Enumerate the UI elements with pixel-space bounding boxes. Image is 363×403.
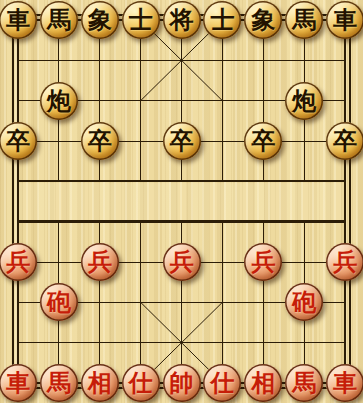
piece-glyph: 兵 xyxy=(6,250,30,274)
board-point-g3[interactable] xyxy=(243,81,284,121)
xiangqi-board: 車馬象士将士象馬車炮炮卒卒卒卒卒兵兵兵兵兵砲砲車馬相仕帥仕相馬車 xyxy=(0,0,363,403)
piece-glyph: 卒 xyxy=(251,129,275,153)
board-point-e5[interactable] xyxy=(161,161,202,201)
piece-red-elephant-c10[interactable]: 相 xyxy=(81,364,119,402)
board-point-d7[interactable] xyxy=(120,242,161,282)
piece-black-advisor-d1[interactable]: 士 xyxy=(122,1,160,39)
board-point-i10[interactable]: 車 xyxy=(325,363,363,403)
board-point-e9[interactable] xyxy=(161,322,202,362)
piece-glyph: 炮 xyxy=(292,89,316,113)
board-point-i9[interactable] xyxy=(325,322,363,362)
board-point-g4[interactable]: 卒 xyxy=(243,121,284,161)
piece-black-horse-h1[interactable]: 馬 xyxy=(285,1,323,39)
board-point-i8[interactable] xyxy=(325,282,363,322)
board-point-d5[interactable] xyxy=(120,161,161,201)
board-point-h4[interactable] xyxy=(284,121,325,161)
board-point-d9[interactable] xyxy=(120,322,161,362)
board-point-e10[interactable]: 帥 xyxy=(161,363,202,403)
piece-glyph: 卒 xyxy=(170,129,194,153)
piece-red-horse-b10[interactable]: 馬 xyxy=(40,364,78,402)
board-point-g7[interactable]: 兵 xyxy=(243,242,284,282)
piece-red-soldier-e7[interactable]: 兵 xyxy=(163,243,201,281)
board-point-i6[interactable] xyxy=(325,201,363,241)
piece-black-chariot-i1[interactable]: 車 xyxy=(326,1,363,39)
board-point-f1[interactable]: 士 xyxy=(202,0,243,40)
piece-glyph: 馬 xyxy=(47,371,71,395)
board-point-a9[interactable] xyxy=(0,322,38,362)
piece-red-general-e10[interactable]: 帥 xyxy=(163,364,201,402)
piece-black-chariot-a1[interactable]: 車 xyxy=(0,1,37,39)
board-point-f3[interactable] xyxy=(202,81,243,121)
board-point-c3[interactable] xyxy=(79,81,120,121)
board-point-g2[interactable] xyxy=(243,40,284,80)
board-point-f10[interactable]: 仕 xyxy=(202,363,243,403)
board-point-a8[interactable] xyxy=(0,282,38,322)
board-point-b8[interactable]: 砲 xyxy=(38,282,79,322)
board-point-g6[interactable] xyxy=(243,201,284,241)
piece-red-advisor-d10[interactable]: 仕 xyxy=(122,364,160,402)
board-point-d10[interactable]: 仕 xyxy=(120,363,161,403)
board-point-b3[interactable]: 炮 xyxy=(38,81,79,121)
piece-glyph: 相 xyxy=(88,371,112,395)
piece-glyph: 象 xyxy=(88,8,112,32)
piece-red-chariot-a10[interactable]: 車 xyxy=(0,364,37,402)
board-point-a3[interactable] xyxy=(0,81,38,121)
piece-red-horse-h10[interactable]: 馬 xyxy=(285,364,323,402)
board-point-b4[interactable] xyxy=(38,121,79,161)
piece-glyph: 車 xyxy=(6,371,30,395)
board-point-h1[interactable]: 馬 xyxy=(284,0,325,40)
piece-black-general-e1[interactable]: 将 xyxy=(163,1,201,39)
board-point-h8[interactable]: 砲 xyxy=(284,282,325,322)
piece-glyph: 将 xyxy=(170,8,194,32)
board-point-d6[interactable] xyxy=(120,201,161,241)
board-point-d3[interactable] xyxy=(120,81,161,121)
piece-glyph: 兵 xyxy=(333,250,357,274)
piece-glyph: 馬 xyxy=(292,371,316,395)
piece-glyph: 相 xyxy=(251,371,275,395)
board-point-e8[interactable] xyxy=(161,282,202,322)
board-point-a2[interactable] xyxy=(0,40,38,80)
board-point-a7[interactable]: 兵 xyxy=(0,242,38,282)
board-point-f5[interactable] xyxy=(202,161,243,201)
board-point-c6[interactable] xyxy=(79,201,120,241)
piece-red-soldier-g7[interactable]: 兵 xyxy=(244,243,282,281)
board-point-h10[interactable]: 馬 xyxy=(284,363,325,403)
board-point-c8[interactable] xyxy=(79,282,120,322)
board-point-a5[interactable] xyxy=(0,161,38,201)
board-point-f6[interactable] xyxy=(202,201,243,241)
board-point-d8[interactable] xyxy=(120,282,161,322)
piece-black-elephant-g1[interactable]: 象 xyxy=(244,1,282,39)
board-point-b9[interactable] xyxy=(38,322,79,362)
board-point-b7[interactable] xyxy=(38,242,79,282)
piece-glyph: 帥 xyxy=(170,371,194,395)
piece-black-elephant-c1[interactable]: 象 xyxy=(81,1,119,39)
board-point-c7[interactable]: 兵 xyxy=(79,242,120,282)
piece-red-soldier-i7[interactable]: 兵 xyxy=(326,243,363,281)
board-point-a1[interactable]: 車 xyxy=(0,0,38,40)
board-point-g9[interactable] xyxy=(243,322,284,362)
piece-black-cannon-b3[interactable]: 炮 xyxy=(40,82,78,120)
piece-glyph: 馬 xyxy=(292,8,316,32)
piece-red-cannon-b8[interactable]: 砲 xyxy=(40,283,78,321)
board-point-h7[interactable] xyxy=(284,242,325,282)
board-point-b10[interactable]: 馬 xyxy=(38,363,79,403)
piece-black-cannon-h3[interactable]: 炮 xyxy=(285,82,323,120)
board-points-grid: 車馬象士将士象馬車炮炮卒卒卒卒卒兵兵兵兵兵砲砲車馬相仕帥仕相馬車 xyxy=(0,0,363,403)
board-point-i2[interactable] xyxy=(325,40,363,80)
board-point-e7[interactable]: 兵 xyxy=(161,242,202,282)
board-point-i1[interactable]: 車 xyxy=(325,0,363,40)
piece-glyph: 卒 xyxy=(333,129,357,153)
piece-glyph: 砲 xyxy=(47,290,71,314)
board-point-e3[interactable] xyxy=(161,81,202,121)
board-point-f8[interactable] xyxy=(202,282,243,322)
piece-red-soldier-c7[interactable]: 兵 xyxy=(81,243,119,281)
piece-black-soldier-g4[interactable]: 卒 xyxy=(244,122,282,160)
board-point-f4[interactable] xyxy=(202,121,243,161)
piece-black-soldier-e4[interactable]: 卒 xyxy=(163,122,201,160)
piece-glyph: 士 xyxy=(129,8,153,32)
piece-glyph: 兵 xyxy=(170,250,194,274)
board-point-h3[interactable]: 炮 xyxy=(284,81,325,121)
board-point-h5[interactable] xyxy=(284,161,325,201)
piece-glyph: 炮 xyxy=(47,89,71,113)
piece-glyph: 兵 xyxy=(251,250,275,274)
piece-red-cannon-h8[interactable]: 砲 xyxy=(285,283,323,321)
piece-glyph: 象 xyxy=(251,8,275,32)
board-point-g1[interactable]: 象 xyxy=(243,0,284,40)
board-point-c10[interactable]: 相 xyxy=(79,363,120,403)
board-point-f2[interactable] xyxy=(202,40,243,80)
piece-red-soldier-a7[interactable]: 兵 xyxy=(0,243,37,281)
board-point-d1[interactable]: 士 xyxy=(120,0,161,40)
board-point-i3[interactable] xyxy=(325,81,363,121)
board-point-h2[interactable] xyxy=(284,40,325,80)
piece-glyph: 車 xyxy=(6,8,30,32)
board-point-f7[interactable] xyxy=(202,242,243,282)
piece-black-soldier-a4[interactable]: 卒 xyxy=(0,122,37,160)
board-point-c9[interactable] xyxy=(79,322,120,362)
board-point-a4[interactable]: 卒 xyxy=(0,121,38,161)
board-point-b1[interactable]: 馬 xyxy=(38,0,79,40)
piece-black-horse-b1[interactable]: 馬 xyxy=(40,1,78,39)
board-point-b2[interactable] xyxy=(38,40,79,80)
board-point-h9[interactable] xyxy=(284,322,325,362)
piece-black-soldier-c4[interactable]: 卒 xyxy=(81,122,119,160)
board-point-d2[interactable] xyxy=(120,40,161,80)
board-point-c1[interactable]: 象 xyxy=(79,0,120,40)
board-point-g8[interactable] xyxy=(243,282,284,322)
piece-glyph: 車 xyxy=(333,8,357,32)
board-point-a10[interactable]: 車 xyxy=(0,363,38,403)
board-point-h6[interactable] xyxy=(284,201,325,241)
board-point-e4[interactable]: 卒 xyxy=(161,121,202,161)
piece-glyph: 卒 xyxy=(6,129,30,153)
board-point-b5[interactable] xyxy=(38,161,79,201)
piece-glyph: 砲 xyxy=(292,290,316,314)
board-point-e1[interactable]: 将 xyxy=(161,0,202,40)
piece-black-advisor-f1[interactable]: 士 xyxy=(203,1,241,39)
piece-glyph: 車 xyxy=(333,371,357,395)
piece-glyph: 仕 xyxy=(129,371,153,395)
board-point-i4[interactable]: 卒 xyxy=(325,121,363,161)
board-point-i5[interactable] xyxy=(325,161,363,201)
board-point-f9[interactable] xyxy=(202,322,243,362)
piece-red-advisor-f10[interactable]: 仕 xyxy=(203,364,241,402)
board-point-g10[interactable]: 相 xyxy=(243,363,284,403)
piece-glyph: 馬 xyxy=(47,8,71,32)
board-point-e6[interactable] xyxy=(161,201,202,241)
piece-red-elephant-g10[interactable]: 相 xyxy=(244,364,282,402)
piece-glyph: 卒 xyxy=(88,129,112,153)
board-point-e2[interactable] xyxy=(161,40,202,80)
piece-glyph: 兵 xyxy=(88,250,112,274)
piece-black-soldier-i4[interactable]: 卒 xyxy=(326,122,363,160)
board-point-g5[interactable] xyxy=(243,161,284,201)
board-point-a6[interactable] xyxy=(0,201,38,241)
board-point-b6[interactable] xyxy=(38,201,79,241)
board-point-i7[interactable]: 兵 xyxy=(325,242,363,282)
board-point-c5[interactable] xyxy=(79,161,120,201)
piece-glyph: 仕 xyxy=(210,371,234,395)
piece-glyph: 士 xyxy=(210,8,234,32)
board-point-d4[interactable] xyxy=(120,121,161,161)
piece-red-chariot-i10[interactable]: 車 xyxy=(326,364,363,402)
board-point-c4[interactable]: 卒 xyxy=(79,121,120,161)
board-point-c2[interactable] xyxy=(79,40,120,80)
